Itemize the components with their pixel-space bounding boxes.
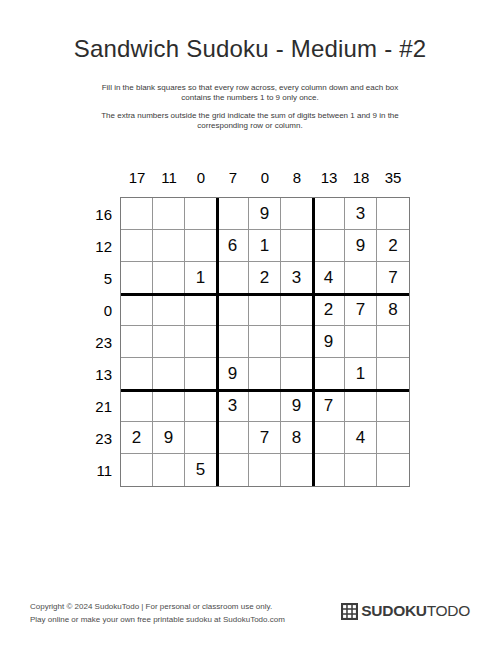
logo-text-todo: TODO [427, 602, 470, 619]
cell-r1c8[interactable]: 3 [345, 198, 377, 230]
column-clue-8: 18 [345, 169, 377, 186]
row-clue-3: 5 [90, 263, 120, 295]
cell-r2c1[interactable] [121, 230, 153, 262]
cell-r6c1[interactable] [121, 358, 153, 390]
sudoku-grid-icon [341, 603, 358, 620]
row-clue-6: 13 [90, 359, 120, 391]
instructions-paragraph-1: Fill in the blank squares so that every … [91, 83, 409, 104]
cell-r5c7[interactable]: 9 [313, 326, 345, 358]
cell-r6c8[interactable]: 1 [345, 358, 377, 390]
sudokutodo-logo: SUDOKUTODO [341, 602, 470, 620]
cell-r9c9[interactable] [377, 454, 409, 486]
cell-r2c2[interactable] [153, 230, 185, 262]
cell-r8c8[interactable]: 4 [345, 422, 377, 454]
row-clue-7: 21 [90, 391, 120, 423]
row-clue-2: 12 [90, 231, 120, 263]
row-clue-9: 11 [90, 455, 120, 487]
cell-r9c3[interactable]: 5 [185, 454, 217, 486]
column-clue-1: 17 [121, 169, 153, 186]
cell-r4c6[interactable] [281, 294, 313, 326]
logo-text-sudoku: SUDOKU [361, 602, 426, 619]
cell-r5c2[interactable] [153, 326, 185, 358]
cell-r9c6[interactable] [281, 454, 313, 486]
cell-r2c6[interactable] [281, 230, 313, 262]
cell-r1c2[interactable] [153, 198, 185, 230]
cell-r6c9[interactable] [377, 358, 409, 390]
board-area: 17110708131835 1612502313212311 93619212… [90, 169, 410, 487]
cell-r1c3[interactable] [185, 198, 217, 230]
cell-r7c6[interactable]: 9 [281, 390, 313, 422]
box-divider-vertical-2 [312, 198, 315, 486]
cell-r9c5[interactable] [249, 454, 281, 486]
cell-r4c7[interactable]: 2 [313, 294, 345, 326]
footer: Copyright © 2024 SudokuTodo | For person… [30, 600, 470, 626]
cell-r7c9[interactable] [377, 390, 409, 422]
cell-r4c2[interactable] [153, 294, 185, 326]
cell-r6c3[interactable] [185, 358, 217, 390]
cell-r5c9[interactable] [377, 326, 409, 358]
cell-r6c4[interactable]: 9 [217, 358, 249, 390]
cell-r3c1[interactable] [121, 262, 153, 294]
cell-r3c2[interactable] [153, 262, 185, 294]
cell-r5c5[interactable] [249, 326, 281, 358]
cell-r9c4[interactable] [217, 454, 249, 486]
cell-r2c4[interactable]: 6 [217, 230, 249, 262]
cell-r4c5[interactable] [249, 294, 281, 326]
cell-r8c3[interactable] [185, 422, 217, 454]
cell-r8c5[interactable]: 7 [249, 422, 281, 454]
cell-r3c7[interactable]: 4 [313, 262, 345, 294]
copyright-block: Copyright © 2024 SudokuTodo | For person… [30, 600, 285, 626]
cell-r6c6[interactable] [281, 358, 313, 390]
column-clue-2: 11 [153, 169, 185, 186]
cell-r4c8[interactable]: 7 [345, 294, 377, 326]
cell-r2c3[interactable] [185, 230, 217, 262]
box-divider-vertical-1 [216, 198, 219, 486]
cell-r1c7[interactable] [313, 198, 345, 230]
column-clue-3: 0 [185, 169, 217, 186]
instructions-paragraph-2: The extra numbers outside the grid indic… [91, 111, 409, 132]
cell-r1c4[interactable] [217, 198, 249, 230]
cell-r1c1[interactable] [121, 198, 153, 230]
cell-r1c6[interactable] [281, 198, 313, 230]
cell-r6c2[interactable] [153, 358, 185, 390]
column-clue-5: 0 [249, 169, 281, 186]
cell-r9c8[interactable] [345, 454, 377, 486]
column-clue-9: 35 [377, 169, 409, 186]
column-clue-7: 13 [313, 169, 345, 186]
cell-r7c4[interactable]: 3 [217, 390, 249, 422]
cell-r5c3[interactable] [185, 326, 217, 358]
cell-r8c6[interactable]: 8 [281, 422, 313, 454]
row-clue-4: 0 [90, 295, 120, 327]
page-title: Sandwich Sudoku - Medium - #2 [0, 35, 500, 63]
cell-r5c8[interactable] [345, 326, 377, 358]
column-clue-4: 7 [217, 169, 249, 186]
cell-r1c9[interactable] [377, 198, 409, 230]
cell-r5c6[interactable] [281, 326, 313, 358]
cell-r9c1[interactable] [121, 454, 153, 486]
cell-r7c5[interactable] [249, 390, 281, 422]
column-clues: 17110708131835 [121, 169, 410, 197]
row-clue-8: 23 [90, 423, 120, 455]
cell-r7c8[interactable] [345, 390, 377, 422]
cell-r8c1[interactable]: 2 [121, 422, 153, 454]
cell-r9c7[interactable] [313, 454, 345, 486]
cell-r6c7[interactable] [313, 358, 345, 390]
cell-r4c3[interactable] [185, 294, 217, 326]
copyright-line-2: Play online or make your own free printa… [30, 613, 285, 626]
row-clues: 1612502313212311 [90, 197, 120, 487]
cell-r3c6[interactable]: 3 [281, 262, 313, 294]
cell-r3c8[interactable] [345, 262, 377, 294]
cell-r4c1[interactable] [121, 294, 153, 326]
cell-r6c5[interactable] [249, 358, 281, 390]
cell-r3c5[interactable]: 2 [249, 262, 281, 294]
cell-r8c7[interactable] [313, 422, 345, 454]
row-clue-5: 23 [90, 327, 120, 359]
cell-r8c9[interactable] [377, 422, 409, 454]
box-divider-horizontal-1 [121, 293, 409, 296]
cell-r3c3[interactable]: 1 [185, 262, 217, 294]
column-clue-6: 8 [281, 169, 313, 186]
cell-r7c1[interactable] [121, 390, 153, 422]
cell-r7c2[interactable] [153, 390, 185, 422]
cell-r3c9[interactable]: 7 [377, 262, 409, 294]
logo-text: SUDOKUTODO [361, 602, 470, 620]
cell-r3c4[interactable] [217, 262, 249, 294]
cell-r2c7[interactable] [313, 230, 345, 262]
cell-r8c4[interactable] [217, 422, 249, 454]
copyright-line-1: Copyright © 2024 SudokuTodo | For person… [30, 600, 285, 613]
cell-r2c5[interactable]: 1 [249, 230, 281, 262]
cell-r8c2[interactable]: 9 [153, 422, 185, 454]
cell-r5c1[interactable] [121, 326, 153, 358]
row-clue-1: 16 [90, 199, 120, 231]
box-divider-horizontal-2 [121, 389, 409, 392]
cell-r4c9[interactable]: 8 [377, 294, 409, 326]
sudoku-board: 93619212347278991397297845 [120, 197, 410, 487]
cell-r1c5[interactable]: 9 [249, 198, 281, 230]
cell-r5c4[interactable] [217, 326, 249, 358]
cell-r2c8[interactable]: 9 [345, 230, 377, 262]
cell-r7c3[interactable] [185, 390, 217, 422]
cell-r4c4[interactable] [217, 294, 249, 326]
cell-r2c9[interactable]: 2 [377, 230, 409, 262]
cell-r7c7[interactable]: 7 [313, 390, 345, 422]
cell-r9c2[interactable] [153, 454, 185, 486]
